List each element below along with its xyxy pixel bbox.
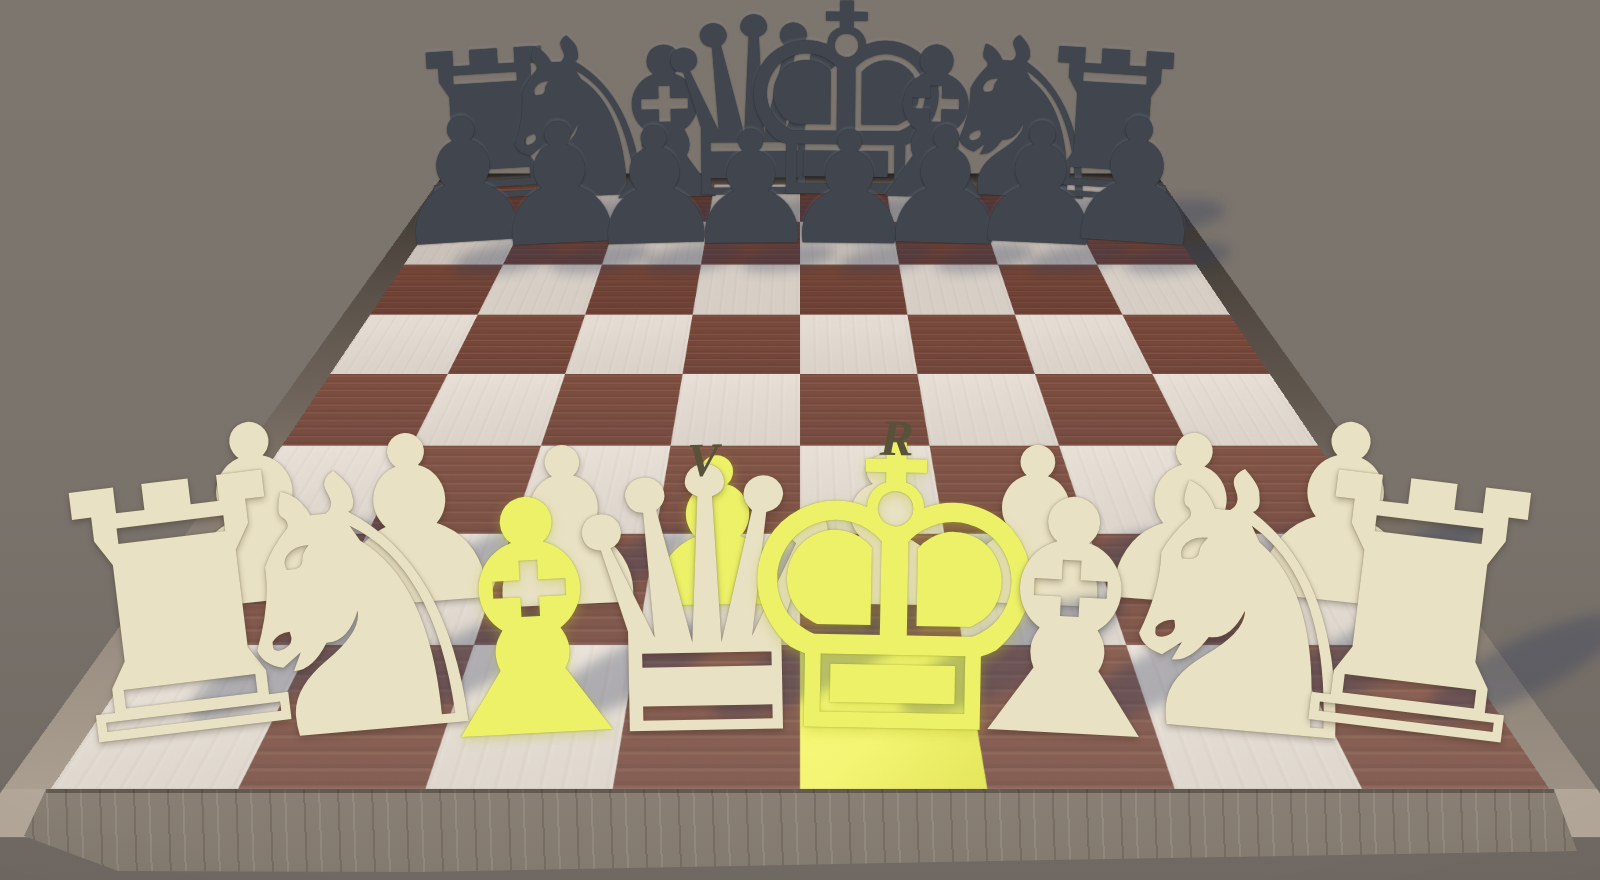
chess-3d-scene: ♜♞♝♛V♚R♝♞♜♟♟♟♟♟♟♟♟♟♟♟♟♟♟♟♟♜♞♝♛V♚R♝♞♜ — [0, 0, 1600, 880]
queen-emblem-letter: V — [687, 436, 719, 484]
white-rook[interactable]: ♜ — [1245, 423, 1593, 802]
king-emblem-letter: R — [879, 413, 914, 464]
pieces-layer: ♜♞♝♛V♚R♝♞♜♟♟♟♟♟♟♟♟♟♟♟♟♟♟♟♟♜♞♝♛V♚R♝♞♜ — [0, 0, 1600, 880]
black-pawn[interactable]: ♟ — [1053, 92, 1218, 274]
